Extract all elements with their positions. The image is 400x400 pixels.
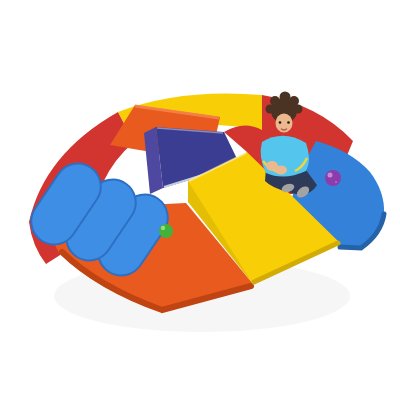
green-ball: [159, 224, 173, 238]
purple-ball-highlight: [328, 173, 333, 178]
purple-ball-speckle: [335, 181, 337, 183]
play-set-illustration: [0, 0, 400, 400]
green-ball-highlight: [161, 226, 165, 230]
toddler-eye-left: [279, 121, 282, 124]
toddler-eye-right: [287, 121, 290, 124]
product-photo: Toddler sitting on a colorful oval soft-…: [0, 0, 400, 400]
toddler-hand-right: [275, 166, 287, 175]
purple-ball: [325, 170, 341, 186]
